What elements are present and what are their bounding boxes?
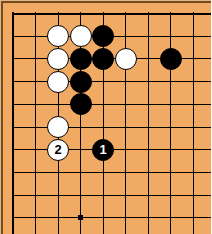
grid-line-vertical [35, 12, 36, 234]
grid-line-horizontal [12, 81, 212, 82]
stone-black [92, 25, 114, 47]
stone-white-move-2: 2 [47, 139, 69, 161]
stone-white [70, 25, 92, 47]
grid-line-horizontal [12, 217, 212, 218]
board-frame-left-inner [1, 1, 3, 234]
stone-white [47, 25, 69, 47]
stone-white [115, 48, 137, 70]
hoshi-point [78, 215, 83, 220]
stone-move-number: 1 [99, 143, 106, 156]
grid-line-vertical [170, 12, 171, 234]
grid-line-horizontal [12, 104, 212, 105]
stone-black [70, 93, 92, 115]
stone-white [47, 48, 69, 70]
stone-white [47, 71, 69, 93]
grid-line-vertical [148, 12, 149, 234]
grid-line-horizontal [12, 195, 212, 196]
stone-white [47, 116, 69, 138]
stone-black [70, 48, 92, 70]
grid-line-horizontal [12, 127, 212, 128]
grid-line-vertical [12, 12, 14, 234]
grid-line-vertical [125, 12, 126, 234]
stone-move-number: 2 [54, 143, 61, 156]
stone-black-move-1: 1 [92, 139, 114, 161]
stone-black [160, 48, 182, 70]
grid-line-horizontal [12, 13, 212, 15]
stone-black [70, 71, 92, 93]
grid-line-horizontal [12, 172, 212, 173]
grid-line-vertical [193, 12, 194, 234]
stone-black [92, 48, 114, 70]
board-frame-top-inner [1, 1, 211, 3]
go-board: 21 [0, 0, 211, 234]
